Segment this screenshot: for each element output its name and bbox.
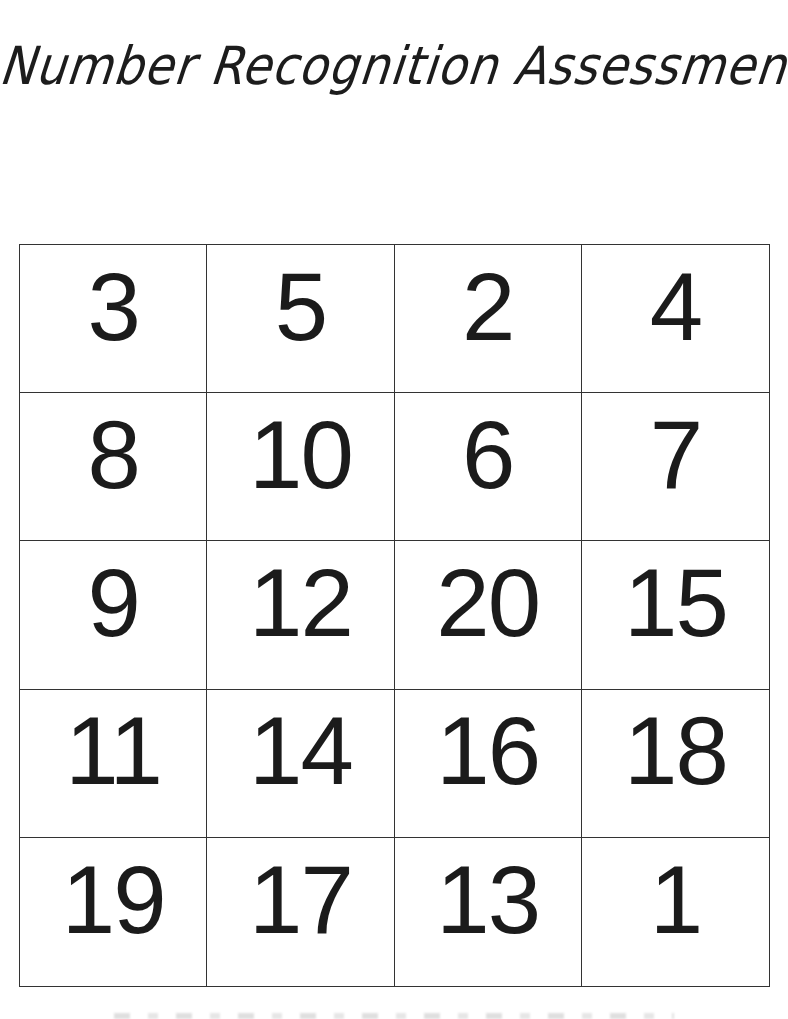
grid-cell-r3c2: 12 <box>207 541 394 689</box>
grid-cell-r5c1: 19 <box>20 838 207 986</box>
number-value: 5 <box>275 259 326 355</box>
number-value: 17 <box>249 852 352 948</box>
page-title: Number Recognition Assessment <box>0 35 788 97</box>
grid-cell-r3c1: 9 <box>20 541 207 689</box>
number-value: 10 <box>249 407 352 503</box>
grid-cell-r2c4: 7 <box>582 393 769 541</box>
grid-cell-r1c4: 4 <box>582 245 769 393</box>
grid-cell-r1c2: 5 <box>207 245 394 393</box>
grid-cell-r4c4: 18 <box>582 690 769 838</box>
grid-cell-r3c4: 15 <box>582 541 769 689</box>
number-value: 20 <box>436 555 539 651</box>
number-value: 4 <box>650 259 701 355</box>
grid-cell-r5c3: 13 <box>395 838 582 986</box>
number-grid: 3 5 2 4 8 10 6 7 9 12 20 15 11 14 16 18 … <box>19 244 770 987</box>
grid-cell-r4c3: 16 <box>395 690 582 838</box>
grid-cell-r2c1: 8 <box>20 393 207 541</box>
number-value: 6 <box>462 407 513 503</box>
number-value: 2 <box>462 259 513 355</box>
number-value: 18 <box>624 703 727 799</box>
number-value: 1 <box>650 852 701 948</box>
grid-cell-r5c4: 1 <box>582 838 769 986</box>
number-value: 13 <box>436 852 539 948</box>
number-value: 12 <box>249 555 352 651</box>
number-value: 9 <box>87 555 138 651</box>
number-value: 16 <box>436 703 539 799</box>
number-value: 14 <box>249 703 352 799</box>
number-value: 11 <box>65 703 161 799</box>
grid-cell-r4c2: 14 <box>207 690 394 838</box>
grid-cell-r2c3: 6 <box>395 393 582 541</box>
cutoff-footer-text-artifact <box>114 1013 674 1019</box>
grid-cell-r3c3: 20 <box>395 541 582 689</box>
grid-cell-r5c2: 17 <box>207 838 394 986</box>
grid-cell-r1c1: 3 <box>20 245 207 393</box>
number-value: 15 <box>624 555 727 651</box>
number-value: 3 <box>87 259 138 355</box>
grid-cell-r4c1: 11 <box>20 690 207 838</box>
grid-cell-r2c2: 10 <box>207 393 394 541</box>
number-value: 7 <box>650 407 701 503</box>
number-value: 19 <box>62 852 165 948</box>
grid-cell-r1c3: 2 <box>395 245 582 393</box>
number-value: 8 <box>87 407 138 503</box>
